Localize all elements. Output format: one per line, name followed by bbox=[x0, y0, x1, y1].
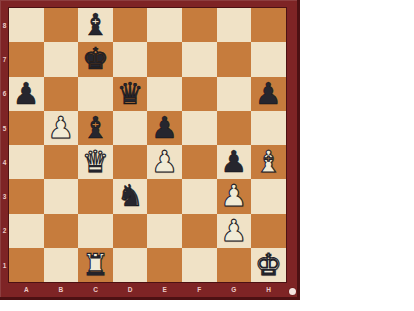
square-f2[interactable] bbox=[182, 214, 217, 248]
square-b7[interactable] bbox=[44, 42, 79, 76]
square-g5[interactable] bbox=[217, 111, 252, 145]
square-g4[interactable]: ♟ bbox=[217, 145, 252, 179]
piece-white-bishop: ♝ bbox=[255, 145, 282, 179]
chess-board: ♝♚♟♛♟♟♝♟♛♟♟♝♞♟♟♜♚ 87654321 ABCDEFGH bbox=[0, 0, 300, 300]
rank-label-1: 1 bbox=[0, 248, 9, 282]
square-c4[interactable]: ♛ bbox=[78, 145, 113, 179]
square-d6[interactable]: ♛ bbox=[113, 77, 148, 111]
square-g7[interactable] bbox=[217, 42, 252, 76]
square-a5[interactable] bbox=[9, 111, 44, 145]
square-g2[interactable]: ♟ bbox=[217, 214, 252, 248]
file-label-a: A bbox=[9, 283, 44, 296]
square-f5[interactable] bbox=[182, 111, 217, 145]
piece-black-pawn: ♟ bbox=[13, 77, 40, 111]
piece-black-bishop: ♝ bbox=[82, 8, 109, 42]
square-f4[interactable] bbox=[182, 145, 217, 179]
square-a8[interactable] bbox=[9, 8, 44, 42]
piece-black-pawn: ♟ bbox=[151, 111, 178, 145]
square-d5[interactable] bbox=[113, 111, 148, 145]
file-label-f: F bbox=[182, 283, 217, 296]
rank-label-5: 5 bbox=[0, 111, 9, 145]
file-label-e: E bbox=[147, 283, 182, 296]
square-h1[interactable]: ♚ bbox=[251, 248, 286, 282]
square-c7[interactable]: ♚ bbox=[78, 42, 113, 76]
square-d8[interactable] bbox=[113, 8, 148, 42]
square-a3[interactable] bbox=[9, 179, 44, 213]
white-to-move-indicator bbox=[289, 288, 296, 295]
square-c1[interactable]: ♜ bbox=[78, 248, 113, 282]
square-e7[interactable] bbox=[147, 42, 182, 76]
square-e6[interactable] bbox=[147, 77, 182, 111]
rank-label-8: 8 bbox=[0, 8, 9, 42]
square-b3[interactable] bbox=[44, 179, 79, 213]
square-e5[interactable]: ♟ bbox=[147, 111, 182, 145]
square-d3[interactable]: ♞ bbox=[113, 179, 148, 213]
rank-label-3: 3 bbox=[0, 180, 9, 214]
square-b4[interactable] bbox=[44, 145, 79, 179]
square-f6[interactable] bbox=[182, 77, 217, 111]
piece-white-pawn: ♟ bbox=[220, 214, 247, 248]
piece-black-queen: ♛ bbox=[117, 77, 144, 111]
rank-label-7: 7 bbox=[0, 42, 9, 76]
rank-label-6: 6 bbox=[0, 77, 9, 111]
piece-white-pawn: ♟ bbox=[220, 179, 247, 213]
square-b2[interactable] bbox=[44, 214, 79, 248]
square-b1[interactable] bbox=[44, 248, 79, 282]
square-h3[interactable] bbox=[251, 179, 286, 213]
square-h4[interactable]: ♝ bbox=[251, 145, 286, 179]
square-g8[interactable] bbox=[217, 8, 252, 42]
square-a2[interactable] bbox=[9, 214, 44, 248]
square-g6[interactable] bbox=[217, 77, 252, 111]
square-b6[interactable] bbox=[44, 77, 79, 111]
file-label-g: G bbox=[217, 283, 252, 296]
square-c6[interactable] bbox=[78, 77, 113, 111]
square-c3[interactable] bbox=[78, 179, 113, 213]
piece-white-pawn: ♟ bbox=[47, 111, 74, 145]
square-e4[interactable]: ♟ bbox=[147, 145, 182, 179]
rank-label-4: 4 bbox=[0, 145, 9, 179]
file-label-d: D bbox=[113, 283, 148, 296]
square-e3[interactable] bbox=[147, 179, 182, 213]
square-e8[interactable] bbox=[147, 8, 182, 42]
board-grid: ♝♚♟♛♟♟♝♟♛♟♟♝♞♟♟♜♚ bbox=[9, 8, 286, 282]
square-d2[interactable] bbox=[113, 214, 148, 248]
square-h2[interactable] bbox=[251, 214, 286, 248]
square-h5[interactable] bbox=[251, 111, 286, 145]
square-c2[interactable] bbox=[78, 214, 113, 248]
square-e1[interactable] bbox=[147, 248, 182, 282]
square-f3[interactable] bbox=[182, 179, 217, 213]
square-d7[interactable] bbox=[113, 42, 148, 76]
piece-white-rook: ♜ bbox=[82, 248, 109, 282]
square-a1[interactable] bbox=[9, 248, 44, 282]
square-b8[interactable] bbox=[44, 8, 79, 42]
piece-black-bishop: ♝ bbox=[82, 111, 109, 145]
file-label-c: C bbox=[78, 283, 113, 296]
square-g3[interactable]: ♟ bbox=[217, 179, 252, 213]
square-a4[interactable] bbox=[9, 145, 44, 179]
square-h7[interactable] bbox=[251, 42, 286, 76]
piece-white-king: ♚ bbox=[255, 248, 282, 282]
piece-white-queen: ♛ bbox=[82, 145, 109, 179]
file-label-b: B bbox=[44, 283, 79, 296]
piece-white-pawn: ♟ bbox=[151, 145, 178, 179]
square-c5[interactable]: ♝ bbox=[78, 111, 113, 145]
square-a6[interactable]: ♟ bbox=[9, 77, 44, 111]
square-b5[interactable]: ♟ bbox=[44, 111, 79, 145]
square-f7[interactable] bbox=[182, 42, 217, 76]
square-e2[interactable] bbox=[147, 214, 182, 248]
page: { "game": "chess", "position": { "fen": … bbox=[0, 0, 414, 311]
square-g1[interactable] bbox=[217, 248, 252, 282]
square-f8[interactable] bbox=[182, 8, 217, 42]
square-h8[interactable] bbox=[251, 8, 286, 42]
rank-label-2: 2 bbox=[0, 214, 9, 248]
square-a7[interactable] bbox=[9, 42, 44, 76]
piece-black-pawn: ♟ bbox=[255, 77, 282, 111]
square-h6[interactable]: ♟ bbox=[251, 77, 286, 111]
square-d1[interactable] bbox=[113, 248, 148, 282]
piece-black-king: ♚ bbox=[82, 42, 109, 76]
piece-black-knight: ♞ bbox=[117, 179, 144, 213]
piece-black-pawn: ♟ bbox=[220, 145, 247, 179]
file-label-h: H bbox=[251, 283, 286, 296]
square-f1[interactable] bbox=[182, 248, 217, 282]
square-d4[interactable] bbox=[113, 145, 148, 179]
square-c8[interactable]: ♝ bbox=[78, 8, 113, 42]
